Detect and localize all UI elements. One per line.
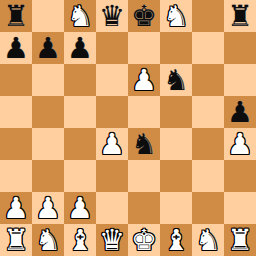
chess-board: ♜♞♛♚♞♜♟♟♟♟♞♟♟♞♟♟♟♟♜♞♝♛♚♝♞♜: [0, 0, 256, 256]
piece-white-knight[interactable]: ♞: [67, 0, 93, 32]
square-f1[interactable]: ♝: [160, 224, 192, 256]
piece-white-pawn[interactable]: ♟: [227, 128, 253, 160]
piece-black-pawn[interactable]: ♟: [67, 32, 93, 64]
square-e8[interactable]: ♚: [128, 0, 160, 32]
square-e7[interactable]: [128, 32, 160, 64]
square-g1[interactable]: ♞: [192, 224, 224, 256]
square-c1[interactable]: ♝: [64, 224, 96, 256]
piece-black-pawn[interactable]: ♟: [35, 32, 61, 64]
square-a5[interactable]: [0, 96, 32, 128]
square-f4[interactable]: [160, 128, 192, 160]
square-c6[interactable]: [64, 64, 96, 96]
square-h7[interactable]: [224, 32, 256, 64]
piece-white-rook[interactable]: ♜: [3, 224, 29, 256]
piece-white-bishop[interactable]: ♝: [163, 224, 189, 256]
piece-white-pawn[interactable]: ♟: [35, 192, 61, 224]
piece-white-pawn[interactable]: ♟: [3, 192, 29, 224]
piece-white-bishop[interactable]: ♝: [67, 224, 93, 256]
square-f5[interactable]: [160, 96, 192, 128]
square-h4[interactable]: ♟: [224, 128, 256, 160]
square-d1[interactable]: ♛: [96, 224, 128, 256]
square-a4[interactable]: [0, 128, 32, 160]
piece-white-pawn[interactable]: ♟: [99, 128, 125, 160]
square-d7[interactable]: [96, 32, 128, 64]
square-e2[interactable]: [128, 192, 160, 224]
square-b2[interactable]: ♟: [32, 192, 64, 224]
square-e1[interactable]: ♚: [128, 224, 160, 256]
piece-black-knight[interactable]: ♞: [131, 128, 157, 160]
square-b6[interactable]: [32, 64, 64, 96]
square-f6[interactable]: ♞: [160, 64, 192, 96]
square-c3[interactable]: [64, 160, 96, 192]
piece-black-knight[interactable]: ♞: [163, 64, 189, 96]
square-d5[interactable]: [96, 96, 128, 128]
square-g6[interactable]: [192, 64, 224, 96]
square-a2[interactable]: ♟: [0, 192, 32, 224]
square-e3[interactable]: [128, 160, 160, 192]
square-f8[interactable]: ♞: [160, 0, 192, 32]
square-f7[interactable]: [160, 32, 192, 64]
square-g8[interactable]: [192, 0, 224, 32]
square-d2[interactable]: [96, 192, 128, 224]
square-g2[interactable]: [192, 192, 224, 224]
piece-white-king[interactable]: ♚: [131, 224, 157, 256]
piece-black-rook[interactable]: ♜: [227, 0, 253, 32]
square-a7[interactable]: ♟: [0, 32, 32, 64]
square-c2[interactable]: ♟: [64, 192, 96, 224]
square-e4[interactable]: ♞: [128, 128, 160, 160]
square-d8[interactable]: ♛: [96, 0, 128, 32]
square-c5[interactable]: [64, 96, 96, 128]
piece-white-rook[interactable]: ♜: [227, 224, 253, 256]
piece-white-knight[interactable]: ♞: [163, 0, 189, 32]
square-h1[interactable]: ♜: [224, 224, 256, 256]
square-c8[interactable]: ♞: [64, 0, 96, 32]
square-b7[interactable]: ♟: [32, 32, 64, 64]
square-h5[interactable]: ♟: [224, 96, 256, 128]
piece-white-knight[interactable]: ♞: [195, 224, 221, 256]
square-g7[interactable]: [192, 32, 224, 64]
square-h2[interactable]: [224, 192, 256, 224]
square-d3[interactable]: [96, 160, 128, 192]
square-h3[interactable]: [224, 160, 256, 192]
square-f2[interactable]: [160, 192, 192, 224]
square-g4[interactable]: [192, 128, 224, 160]
piece-white-knight[interactable]: ♞: [35, 224, 61, 256]
piece-black-pawn[interactable]: ♟: [3, 32, 29, 64]
square-f3[interactable]: [160, 160, 192, 192]
piece-black-king[interactable]: ♚: [131, 0, 157, 32]
piece-white-pawn[interactable]: ♟: [131, 64, 157, 96]
piece-white-pawn[interactable]: ♟: [67, 192, 93, 224]
square-d6[interactable]: [96, 64, 128, 96]
square-d4[interactable]: ♟: [96, 128, 128, 160]
piece-black-queen[interactable]: ♛: [99, 0, 125, 32]
piece-black-pawn[interactable]: ♟: [227, 96, 253, 128]
square-a6[interactable]: [0, 64, 32, 96]
square-g3[interactable]: [192, 160, 224, 192]
square-b3[interactable]: [32, 160, 64, 192]
square-a3[interactable]: [0, 160, 32, 192]
square-a1[interactable]: ♜: [0, 224, 32, 256]
square-b4[interactable]: [32, 128, 64, 160]
square-e6[interactable]: ♟: [128, 64, 160, 96]
square-a8[interactable]: ♜: [0, 0, 32, 32]
square-b5[interactable]: [32, 96, 64, 128]
piece-black-rook[interactable]: ♜: [3, 0, 29, 32]
square-e5[interactable]: [128, 96, 160, 128]
square-g5[interactable]: [192, 96, 224, 128]
piece-white-queen[interactable]: ♛: [99, 224, 125, 256]
square-h6[interactable]: [224, 64, 256, 96]
square-h8[interactable]: ♜: [224, 0, 256, 32]
square-b8[interactable]: [32, 0, 64, 32]
square-b1[interactable]: ♞: [32, 224, 64, 256]
square-c4[interactable]: [64, 128, 96, 160]
square-c7[interactable]: ♟: [64, 32, 96, 64]
